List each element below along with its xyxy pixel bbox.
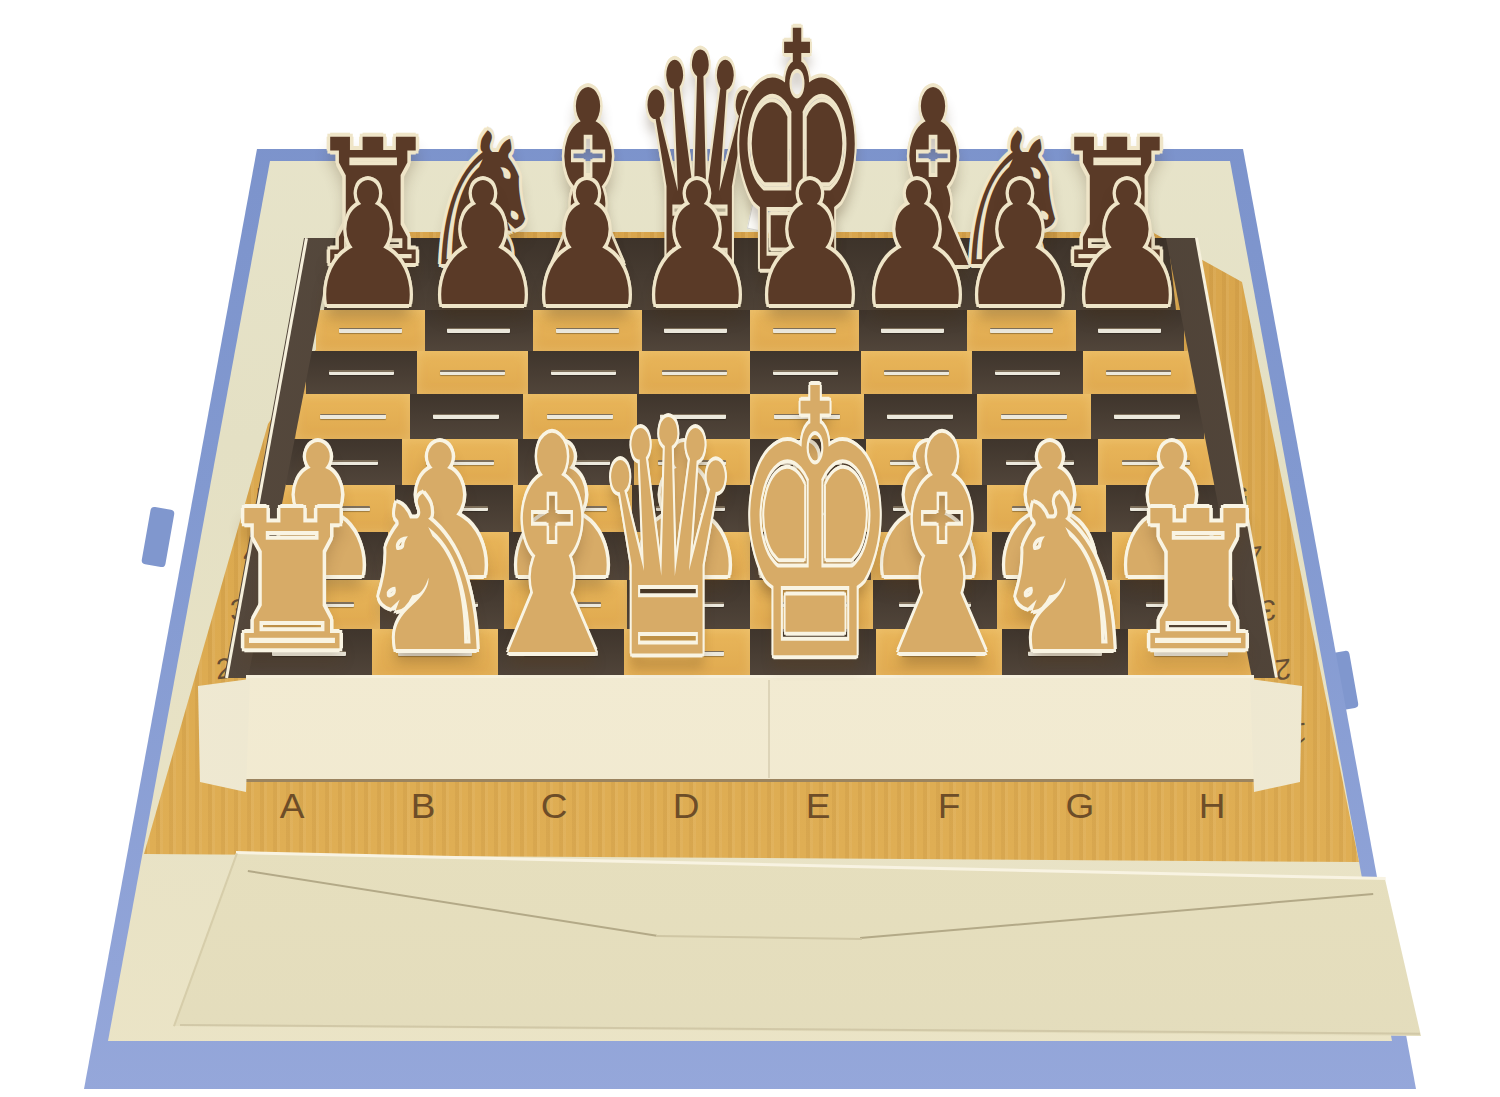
black-pawn-piece: ♟ xyxy=(525,160,650,330)
file-label-e: E xyxy=(806,787,831,827)
piece-slot xyxy=(1106,370,1170,375)
front-face-bottom-edge xyxy=(238,779,1262,782)
piece-slot xyxy=(329,370,393,375)
file-label-f: F xyxy=(938,787,961,827)
square-h7 xyxy=(1083,351,1194,394)
white-knight-piece: ♞ xyxy=(989,469,1142,682)
square-a7 xyxy=(306,351,417,394)
white-rook-piece: ♜ xyxy=(1122,486,1273,678)
white-queen-piece: ♛ xyxy=(592,380,743,704)
file-label-g: G xyxy=(1066,787,1095,827)
file-label-b: B xyxy=(411,787,436,827)
file-label-d: D xyxy=(673,787,700,827)
file-label-h: H xyxy=(1199,787,1226,827)
file-label-c: C xyxy=(541,787,568,827)
black-pawn-piece: ♟ xyxy=(1065,160,1190,330)
file-label-a: A xyxy=(280,787,305,827)
product-photo-scene: 8877665544332211 ABCDEFGH GA ♜♞♝♛♚♝♞♜♟♟♟… xyxy=(0,0,1500,1097)
white-rook-piece: ♜ xyxy=(216,486,367,678)
black-pawn-piece: ♟ xyxy=(306,160,431,330)
black-pawn-piece: ♟ xyxy=(635,160,760,330)
